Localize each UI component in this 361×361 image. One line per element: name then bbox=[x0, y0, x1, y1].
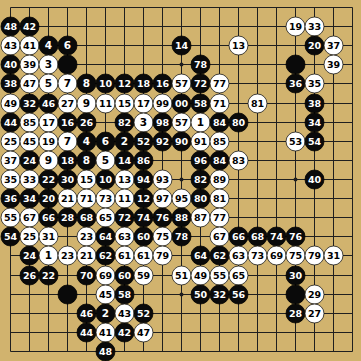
black-stone bbox=[77, 323, 96, 342]
white-stone bbox=[210, 266, 229, 285]
white-stone bbox=[39, 227, 58, 246]
white-stone bbox=[58, 189, 77, 208]
black-stone bbox=[134, 74, 153, 93]
white-stone bbox=[210, 94, 229, 113]
white-stone bbox=[286, 132, 305, 151]
go-board-svg: 4842193343414614132037403937839384757810… bbox=[0, 0, 361, 361]
white-stone bbox=[20, 55, 39, 74]
black-stone bbox=[153, 74, 172, 93]
white-stone bbox=[20, 170, 39, 189]
black-stone bbox=[115, 113, 134, 132]
black-stone bbox=[305, 170, 324, 189]
black-stone bbox=[58, 36, 77, 55]
white-stone bbox=[305, 17, 324, 36]
white-stone bbox=[58, 74, 77, 93]
black-stone bbox=[1, 17, 20, 36]
black-stone bbox=[286, 55, 305, 74]
black-stone bbox=[210, 246, 229, 265]
black-stone bbox=[172, 132, 191, 151]
white-stone bbox=[286, 17, 305, 36]
black-stone bbox=[77, 113, 96, 132]
white-stone bbox=[286, 246, 305, 265]
black-stone bbox=[77, 74, 96, 93]
white-stone bbox=[305, 246, 324, 265]
black-stone bbox=[229, 285, 248, 304]
black-stone bbox=[210, 113, 229, 132]
white-stone bbox=[134, 94, 153, 113]
black-stone bbox=[1, 74, 20, 93]
black-stone bbox=[20, 151, 39, 170]
black-stone bbox=[286, 74, 305, 93]
black-stone bbox=[191, 55, 210, 74]
star-point bbox=[180, 178, 184, 182]
black-stone bbox=[115, 323, 134, 342]
white-stone bbox=[134, 113, 153, 132]
black-stone bbox=[248, 227, 267, 246]
black-stone bbox=[172, 94, 191, 113]
black-stone bbox=[96, 246, 115, 265]
white-stone bbox=[1, 208, 20, 227]
white-stone bbox=[77, 170, 96, 189]
black-stone bbox=[134, 151, 153, 170]
black-stone bbox=[305, 36, 324, 55]
star-point bbox=[180, 293, 184, 297]
white-stone bbox=[96, 189, 115, 208]
black-stone bbox=[210, 151, 229, 170]
white-stone bbox=[96, 266, 115, 285]
black-stone bbox=[153, 113, 172, 132]
white-stone bbox=[77, 227, 96, 246]
black-stone bbox=[96, 342, 115, 361]
black-stone bbox=[134, 304, 153, 323]
black-stone bbox=[58, 151, 77, 170]
white-stone bbox=[1, 36, 20, 55]
black-stone bbox=[77, 266, 96, 285]
black-stone bbox=[115, 285, 134, 304]
white-stone bbox=[20, 227, 39, 246]
black-stone bbox=[115, 208, 134, 227]
black-stone bbox=[115, 266, 134, 285]
black-stone bbox=[172, 227, 191, 246]
white-stone bbox=[115, 94, 134, 113]
black-stone bbox=[96, 227, 115, 246]
white-stone bbox=[39, 55, 58, 74]
white-stone bbox=[305, 304, 324, 323]
black-stone bbox=[115, 151, 134, 170]
white-stone bbox=[39, 132, 58, 151]
white-stone bbox=[210, 74, 229, 93]
white-stone bbox=[210, 132, 229, 151]
black-stone bbox=[20, 266, 39, 285]
black-stone bbox=[305, 132, 324, 151]
black-stone bbox=[267, 227, 286, 246]
black-stone bbox=[96, 170, 115, 189]
white-stone bbox=[134, 323, 153, 342]
black-stone bbox=[134, 208, 153, 227]
black-stone bbox=[286, 304, 305, 323]
black-stone bbox=[229, 113, 248, 132]
black-stone bbox=[115, 74, 134, 93]
black-stone bbox=[96, 304, 115, 323]
white-stone bbox=[305, 74, 324, 93]
black-stone bbox=[191, 285, 210, 304]
white-stone bbox=[96, 323, 115, 342]
white-stone bbox=[1, 94, 20, 113]
white-stone bbox=[77, 94, 96, 113]
black-stone bbox=[305, 113, 324, 132]
black-stone bbox=[191, 170, 210, 189]
star-point bbox=[180, 63, 184, 67]
white-stone bbox=[58, 132, 77, 151]
black-stone bbox=[58, 285, 77, 304]
white-stone bbox=[267, 246, 286, 265]
black-stone bbox=[20, 17, 39, 36]
black-stone bbox=[191, 246, 210, 265]
white-stone bbox=[229, 36, 248, 55]
black-stone bbox=[134, 227, 153, 246]
black-stone bbox=[191, 151, 210, 170]
black-stone bbox=[229, 227, 248, 246]
white-stone bbox=[134, 246, 153, 265]
white-stone bbox=[324, 55, 343, 74]
black-stone bbox=[96, 74, 115, 93]
white-stone bbox=[39, 246, 58, 265]
white-stone bbox=[153, 189, 172, 208]
white-stone bbox=[1, 151, 20, 170]
white-stone bbox=[115, 246, 134, 265]
white-stone bbox=[229, 151, 248, 170]
white-stone bbox=[115, 304, 134, 323]
white-stone bbox=[115, 227, 134, 246]
star-point bbox=[294, 178, 298, 182]
white-stone bbox=[324, 36, 343, 55]
white-stone bbox=[153, 246, 172, 265]
black-stone bbox=[115, 132, 134, 151]
black-stone bbox=[1, 227, 20, 246]
white-stone bbox=[210, 189, 229, 208]
black-stone bbox=[20, 246, 39, 265]
white-stone bbox=[210, 170, 229, 189]
black-stone bbox=[20, 189, 39, 208]
white-stone bbox=[20, 36, 39, 55]
white-stone bbox=[248, 246, 267, 265]
black-stone bbox=[77, 132, 96, 151]
white-stone bbox=[134, 266, 153, 285]
white-stone bbox=[172, 74, 191, 93]
black-stone bbox=[77, 151, 96, 170]
black-stone bbox=[191, 74, 210, 93]
white-stone bbox=[1, 132, 20, 151]
white-stone bbox=[77, 189, 96, 208]
black-stone bbox=[1, 113, 20, 132]
white-stone bbox=[20, 208, 39, 227]
white-stone bbox=[191, 132, 210, 151]
white-stone bbox=[39, 151, 58, 170]
white-stone bbox=[172, 266, 191, 285]
white-stone bbox=[58, 246, 77, 265]
black-stone bbox=[191, 189, 210, 208]
white-stone bbox=[153, 227, 172, 246]
white-stone bbox=[39, 113, 58, 132]
black-stone bbox=[286, 285, 305, 304]
white-stone bbox=[77, 246, 96, 265]
black-stone bbox=[96, 132, 115, 151]
black-stone bbox=[210, 285, 229, 304]
white-stone bbox=[153, 170, 172, 189]
white-stone bbox=[115, 189, 134, 208]
black-stone bbox=[1, 189, 20, 208]
black-stone bbox=[39, 189, 58, 208]
black-stone bbox=[153, 132, 172, 151]
white-stone bbox=[248, 94, 267, 113]
white-stone bbox=[20, 132, 39, 151]
white-stone bbox=[96, 151, 115, 170]
white-stone bbox=[96, 285, 115, 304]
white-stone bbox=[210, 208, 229, 227]
black-stone bbox=[134, 170, 153, 189]
black-stone bbox=[305, 94, 324, 113]
white-stone bbox=[210, 227, 229, 246]
white-stone bbox=[172, 189, 191, 208]
white-stone bbox=[96, 208, 115, 227]
black-stone bbox=[39, 94, 58, 113]
black-stone bbox=[286, 227, 305, 246]
white-stone bbox=[229, 266, 248, 285]
white-stone bbox=[20, 113, 39, 132]
black-stone bbox=[58, 113, 77, 132]
black-stone bbox=[58, 55, 77, 74]
black-stone bbox=[286, 266, 305, 285]
white-stone bbox=[172, 113, 191, 132]
white-stone bbox=[20, 74, 39, 93]
white-stone bbox=[1, 170, 20, 189]
white-stone bbox=[305, 285, 324, 304]
white-stone bbox=[58, 94, 77, 113]
black-stone bbox=[39, 266, 58, 285]
black-stone bbox=[134, 189, 153, 208]
black-stone bbox=[58, 208, 77, 227]
go-board[interactable]: 4842193343414614132037403937839384757810… bbox=[0, 0, 361, 361]
white-stone bbox=[229, 246, 248, 265]
black-stone bbox=[191, 94, 210, 113]
black-stone bbox=[39, 36, 58, 55]
black-stone bbox=[20, 94, 39, 113]
white-stone bbox=[39, 74, 58, 93]
black-stone bbox=[39, 208, 58, 227]
white-stone bbox=[96, 94, 115, 113]
white-stone bbox=[153, 94, 172, 113]
black-stone bbox=[58, 170, 77, 189]
white-stone bbox=[191, 208, 210, 227]
black-stone bbox=[172, 36, 191, 55]
black-stone bbox=[39, 170, 58, 189]
white-stone bbox=[115, 170, 134, 189]
white-stone bbox=[324, 246, 343, 265]
black-stone bbox=[134, 132, 153, 151]
black-stone bbox=[77, 208, 96, 227]
black-stone bbox=[77, 304, 96, 323]
black-stone bbox=[1, 55, 20, 74]
white-stone bbox=[191, 266, 210, 285]
black-stone bbox=[153, 208, 172, 227]
black-stone bbox=[172, 208, 191, 227]
white-stone bbox=[191, 113, 210, 132]
